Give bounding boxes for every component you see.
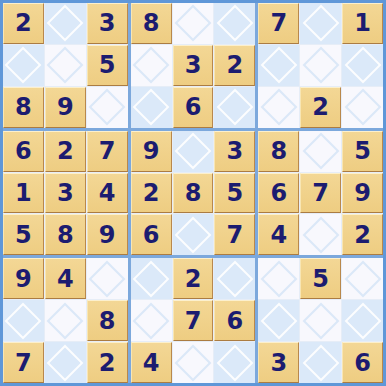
cell-r5c8: 7 — [300, 173, 341, 214]
cell-r4c2: 2 — [45, 131, 86, 172]
cell-r9c4: 4 — [131, 342, 172, 383]
diamond-icon — [216, 5, 253, 42]
diamond-icon — [133, 302, 170, 339]
cell-r4c8[interactable] — [300, 131, 341, 172]
cell-r6c6: 7 — [214, 214, 255, 255]
diamond-icon — [89, 89, 126, 126]
box-9: 536 — [258, 258, 383, 383]
diamond-icon — [344, 89, 381, 126]
diamond-icon — [175, 5, 212, 42]
cell-r9c2[interactable] — [45, 342, 86, 383]
cell-r8c5: 7 — [173, 300, 214, 341]
cell-r8c6: 6 — [214, 300, 255, 341]
cell-r8c7[interactable] — [258, 300, 299, 341]
sudoku-grid: 2358983267126271345899328567856794294872… — [3, 3, 383, 383]
box-1: 23589 — [3, 3, 128, 128]
cell-r5c6: 5 — [214, 173, 255, 214]
cell-r3c3[interactable] — [87, 87, 128, 128]
cell-r6c7: 4 — [258, 214, 299, 255]
cell-r7c2: 4 — [45, 258, 86, 299]
diamond-icon — [302, 5, 339, 42]
cell-r2c5: 3 — [173, 45, 214, 86]
box-6: 8567942 — [258, 131, 383, 256]
cell-r8c8[interactable] — [300, 300, 341, 341]
cell-r5c5: 8 — [173, 173, 214, 214]
cell-r8c3: 8 — [87, 300, 128, 341]
diamond-icon — [133, 260, 170, 297]
cell-r2c1[interactable] — [3, 45, 44, 86]
cell-r3c2: 9 — [45, 87, 86, 128]
cell-r1c4: 8 — [131, 3, 172, 44]
diamond-icon — [302, 216, 339, 253]
cell-r4c5[interactable] — [173, 131, 214, 172]
diamond-icon — [175, 133, 212, 170]
diamond-icon — [175, 344, 212, 381]
cell-r9c9: 6 — [342, 342, 383, 383]
cell-r5c4: 2 — [131, 173, 172, 214]
cell-r8c1[interactable] — [3, 300, 44, 341]
cell-r9c7: 3 — [258, 342, 299, 383]
sudoku-board: 2358983267126271345899328567856794294872… — [0, 0, 386, 386]
cell-r1c8[interactable] — [300, 3, 341, 44]
cell-r2c3: 5 — [87, 45, 128, 86]
diamond-icon — [133, 89, 170, 126]
diamond-icon — [133, 47, 170, 84]
cell-r3c5: 6 — [173, 87, 214, 128]
cell-r2c2[interactable] — [45, 45, 86, 86]
box-7: 94872 — [3, 258, 128, 383]
cell-r1c5[interactable] — [173, 3, 214, 44]
cell-r5c1: 1 — [3, 173, 44, 214]
diamond-icon — [47, 344, 84, 381]
cell-r5c9: 9 — [342, 173, 383, 214]
cell-r4c3: 7 — [87, 131, 128, 172]
diamond-icon — [47, 5, 84, 42]
cell-r2c9[interactable] — [342, 45, 383, 86]
diamond-icon — [302, 133, 339, 170]
cell-r9c1: 7 — [3, 342, 44, 383]
cell-r1c9: 1 — [342, 3, 383, 44]
cell-r4c1: 6 — [3, 131, 44, 172]
cell-r2c8[interactable] — [300, 45, 341, 86]
box-5: 9328567 — [131, 131, 256, 256]
cell-r3c4[interactable] — [131, 87, 172, 128]
diamond-icon — [260, 89, 297, 126]
cell-r2c4[interactable] — [131, 45, 172, 86]
cell-r4c9: 5 — [342, 131, 383, 172]
box-8: 2764 — [131, 258, 256, 383]
cell-r4c4: 9 — [131, 131, 172, 172]
cell-r5c7: 6 — [258, 173, 299, 214]
diamond-icon — [5, 47, 42, 84]
cell-r3c8: 2 — [300, 87, 341, 128]
cell-r1c1: 2 — [3, 3, 44, 44]
diamond-icon — [216, 89, 253, 126]
cell-r4c6: 3 — [214, 131, 255, 172]
diamond-icon — [47, 47, 84, 84]
diamond-icon — [5, 302, 42, 339]
cell-r6c3: 9 — [87, 214, 128, 255]
cell-r7c6[interactable] — [214, 258, 255, 299]
cell-r7c5: 2 — [173, 258, 214, 299]
cell-r1c2[interactable] — [45, 3, 86, 44]
cell-r6c1: 5 — [3, 214, 44, 255]
diamond-icon — [47, 302, 84, 339]
cell-r6c2: 8 — [45, 214, 86, 255]
box-2: 8326 — [131, 3, 256, 128]
box-4: 627134589 — [3, 131, 128, 256]
cell-r1c7: 7 — [258, 3, 299, 44]
cell-r9c8[interactable] — [300, 342, 341, 383]
cell-r9c5[interactable] — [173, 342, 214, 383]
cell-r1c6[interactable] — [214, 3, 255, 44]
cell-r8c4[interactable] — [131, 300, 172, 341]
diamond-icon — [302, 47, 339, 84]
diamond-icon — [260, 47, 297, 84]
diamond-icon — [216, 344, 253, 381]
cell-r7c3[interactable] — [87, 258, 128, 299]
diamond-icon — [89, 260, 126, 297]
diamond-icon — [344, 302, 381, 339]
cell-r9c6[interactable] — [214, 342, 255, 383]
cell-r9c3: 2 — [87, 342, 128, 383]
cell-r3c9[interactable] — [342, 87, 383, 128]
cell-r4c7: 8 — [258, 131, 299, 172]
cell-r2c7[interactable] — [258, 45, 299, 86]
cell-r7c7[interactable] — [258, 258, 299, 299]
cell-r7c8: 5 — [300, 258, 341, 299]
cell-r8c9[interactable] — [342, 300, 383, 341]
cell-r7c9[interactable] — [342, 258, 383, 299]
cell-r6c8[interactable] — [300, 214, 341, 255]
diamond-icon — [260, 260, 297, 297]
cell-r3c6[interactable] — [214, 87, 255, 128]
cell-r1c3: 3 — [87, 3, 128, 44]
cell-r2c6: 2 — [214, 45, 255, 86]
cell-r5c3: 4 — [87, 173, 128, 214]
cell-r7c4[interactable] — [131, 258, 172, 299]
cell-r6c4: 6 — [131, 214, 172, 255]
cell-r3c1: 8 — [3, 87, 44, 128]
cell-r7c1: 9 — [3, 258, 44, 299]
diamond-icon — [302, 344, 339, 381]
cell-r5c2: 3 — [45, 173, 86, 214]
box-3: 712 — [258, 3, 383, 128]
diamond-icon — [302, 302, 339, 339]
cell-r8c2[interactable] — [45, 300, 86, 341]
diamond-icon — [216, 260, 253, 297]
diamond-icon — [175, 216, 212, 253]
cell-r3c7[interactable] — [258, 87, 299, 128]
diamond-icon — [344, 47, 381, 84]
diamond-icon — [344, 260, 381, 297]
cell-r6c5[interactable] — [173, 214, 214, 255]
cell-r6c9: 2 — [342, 214, 383, 255]
diamond-icon — [260, 302, 297, 339]
